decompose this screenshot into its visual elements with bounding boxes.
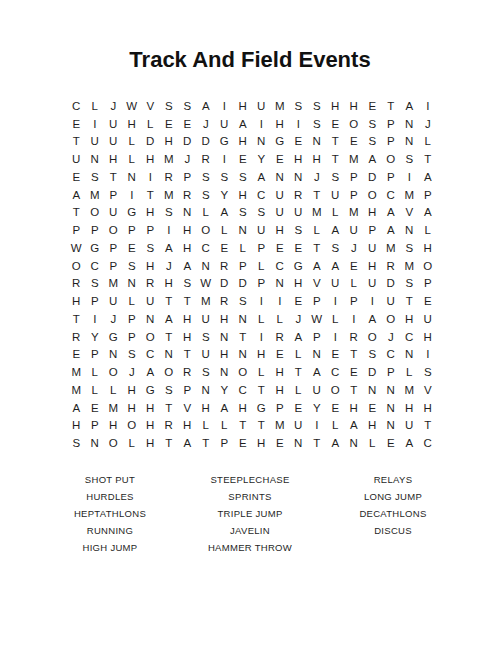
- grid-cell[interactable]: U: [289, 417, 308, 435]
- grid-cell[interactable]: O: [382, 150, 401, 168]
- grid-cell[interactable]: J: [308, 168, 327, 186]
- grid-cell[interactable]: T: [308, 434, 327, 452]
- grid-cell[interactable]: H: [289, 275, 308, 293]
- grid-cell[interactable]: E: [419, 292, 438, 310]
- grid-cell[interactable]: H: [160, 275, 179, 293]
- grid-cell[interactable]: E: [234, 150, 253, 168]
- grid-cell[interactable]: T: [104, 168, 123, 186]
- grid-cell[interactable]: R: [141, 275, 160, 293]
- grid-cell[interactable]: P: [215, 434, 234, 452]
- grid-cell[interactable]: N: [234, 346, 253, 364]
- grid-cell[interactable]: R: [178, 186, 197, 204]
- grid-cell[interactable]: I: [86, 115, 105, 133]
- grid-cell[interactable]: J: [104, 310, 123, 328]
- grid-cell[interactable]: H: [234, 399, 253, 417]
- grid-cell[interactable]: I: [400, 168, 419, 186]
- grid-cell[interactable]: H: [363, 257, 382, 275]
- grid-cell[interactable]: S: [67, 434, 86, 452]
- grid-cell[interactable]: D: [141, 133, 160, 151]
- grid-cell[interactable]: E: [345, 257, 364, 275]
- grid-cell[interactable]: U: [326, 186, 345, 204]
- grid-cell[interactable]: H: [289, 150, 308, 168]
- grid-cell[interactable]: E: [160, 115, 179, 133]
- grid-cell[interactable]: J: [160, 257, 179, 275]
- grid-cell[interactable]: S: [363, 115, 382, 133]
- grid-cell[interactable]: L: [345, 275, 364, 293]
- grid-cell[interactable]: G: [271, 133, 290, 151]
- grid-cell[interactable]: E: [345, 363, 364, 381]
- grid-cell[interactable]: S: [308, 115, 327, 133]
- grid-cell[interactable]: P: [86, 221, 105, 239]
- grid-cell[interactable]: I: [326, 328, 345, 346]
- grid-cell[interactable]: P: [308, 328, 327, 346]
- grid-cell[interactable]: H: [67, 417, 86, 435]
- grid-cell[interactable]: S: [308, 97, 327, 115]
- grid-cell[interactable]: H: [178, 417, 197, 435]
- grid-cell[interactable]: L: [86, 363, 105, 381]
- grid-cell[interactable]: L: [252, 363, 271, 381]
- grid-cell[interactable]: M: [160, 150, 179, 168]
- grid-cell[interactable]: U: [382, 292, 401, 310]
- grid-cell[interactable]: T: [419, 417, 438, 435]
- grid-cell[interactable]: R: [289, 186, 308, 204]
- grid-cell[interactable]: U: [104, 133, 123, 151]
- grid-cell[interactable]: P: [86, 292, 105, 310]
- grid-cell[interactable]: R: [160, 168, 179, 186]
- grid-cell[interactable]: S: [234, 292, 253, 310]
- grid-cell[interactable]: S: [326, 168, 345, 186]
- grid-cell[interactable]: S: [123, 257, 142, 275]
- grid-cell[interactable]: O: [382, 310, 401, 328]
- grid-cell[interactable]: H: [141, 257, 160, 275]
- grid-cell[interactable]: U: [419, 310, 438, 328]
- grid-cell[interactable]: S: [400, 275, 419, 293]
- grid-cell[interactable]: N: [308, 346, 327, 364]
- grid-cell[interactable]: I: [123, 186, 142, 204]
- grid-cell[interactable]: L: [252, 310, 271, 328]
- grid-cell[interactable]: U: [197, 346, 216, 364]
- grid-cell[interactable]: J: [382, 328, 401, 346]
- grid-cell[interactable]: P: [104, 239, 123, 257]
- grid-cell[interactable]: M: [382, 239, 401, 257]
- grid-cell[interactable]: O: [197, 221, 216, 239]
- grid-cell[interactable]: A: [67, 186, 86, 204]
- grid-cell[interactable]: A: [197, 97, 216, 115]
- grid-cell[interactable]: U: [67, 150, 86, 168]
- grid-cell[interactable]: I: [419, 346, 438, 364]
- grid-cell[interactable]: N: [400, 133, 419, 151]
- grid-cell[interactable]: N: [86, 150, 105, 168]
- grid-cell[interactable]: R: [67, 328, 86, 346]
- grid-cell[interactable]: E: [178, 115, 197, 133]
- grid-cell[interactable]: Y: [215, 381, 234, 399]
- grid-cell[interactable]: T: [345, 346, 364, 364]
- grid-cell[interactable]: N: [252, 133, 271, 151]
- grid-cell[interactable]: L: [104, 381, 123, 399]
- grid-cell[interactable]: R: [178, 363, 197, 381]
- grid-cell[interactable]: E: [289, 399, 308, 417]
- grid-cell[interactable]: A: [289, 328, 308, 346]
- grid-cell[interactable]: U: [104, 115, 123, 133]
- grid-cell[interactable]: N: [289, 168, 308, 186]
- grid-cell[interactable]: G: [104, 328, 123, 346]
- grid-cell[interactable]: T: [67, 204, 86, 222]
- grid-cell[interactable]: U: [308, 381, 327, 399]
- grid-cell[interactable]: G: [289, 257, 308, 275]
- grid-cell[interactable]: S: [178, 275, 197, 293]
- grid-cell[interactable]: M: [160, 186, 179, 204]
- grid-cell[interactable]: D: [234, 275, 253, 293]
- grid-cell[interactable]: E: [326, 399, 345, 417]
- grid-cell[interactable]: P: [363, 221, 382, 239]
- grid-cell[interactable]: N: [271, 275, 290, 293]
- grid-cell[interactable]: M: [67, 381, 86, 399]
- grid-cell[interactable]: T: [141, 186, 160, 204]
- grid-cell[interactable]: H: [160, 133, 179, 151]
- grid-cell[interactable]: N: [86, 434, 105, 452]
- grid-cell[interactable]: V: [178, 399, 197, 417]
- grid-cell[interactable]: T: [400, 292, 419, 310]
- grid-cell[interactable]: L: [289, 381, 308, 399]
- grid-cell[interactable]: D: [197, 133, 216, 151]
- grid-cell[interactable]: P: [419, 275, 438, 293]
- grid-cell[interactable]: I: [326, 292, 345, 310]
- grid-cell[interactable]: E: [289, 239, 308, 257]
- grid-cell[interactable]: N: [363, 381, 382, 399]
- grid-cell[interactable]: U: [400, 417, 419, 435]
- grid-cell[interactable]: N: [345, 434, 364, 452]
- grid-cell[interactable]: J: [345, 239, 364, 257]
- grid-cell[interactable]: L: [308, 221, 327, 239]
- grid-cell[interactable]: A: [215, 399, 234, 417]
- grid-cell[interactable]: I: [345, 310, 364, 328]
- grid-cell[interactable]: U: [363, 239, 382, 257]
- grid-cell[interactable]: H: [400, 399, 419, 417]
- grid-cell[interactable]: C: [419, 434, 438, 452]
- grid-cell[interactable]: N: [234, 310, 253, 328]
- grid-cell[interactable]: O: [419, 257, 438, 275]
- grid-cell[interactable]: J: [419, 115, 438, 133]
- grid-cell[interactable]: S: [197, 168, 216, 186]
- grid-cell[interactable]: A: [345, 417, 364, 435]
- grid-cell[interactable]: Y: [86, 328, 105, 346]
- grid-cell[interactable]: S: [363, 346, 382, 364]
- grid-cell[interactable]: L: [197, 417, 216, 435]
- grid-cell[interactable]: M: [271, 417, 290, 435]
- grid-cell[interactable]: T: [308, 186, 327, 204]
- grid-cell[interactable]: O: [234, 363, 253, 381]
- grid-cell[interactable]: T: [160, 328, 179, 346]
- grid-cell[interactable]: P: [123, 328, 142, 346]
- grid-cell[interactable]: S: [419, 363, 438, 381]
- grid-cell[interactable]: A: [160, 310, 179, 328]
- grid-cell[interactable]: J: [289, 310, 308, 328]
- grid-cell[interactable]: N: [160, 346, 179, 364]
- grid-cell[interactable]: M: [308, 204, 327, 222]
- grid-cell[interactable]: E: [123, 239, 142, 257]
- grid-cell[interactable]: H: [234, 186, 253, 204]
- grid-cell[interactable]: U: [289, 204, 308, 222]
- grid-cell[interactable]: H: [345, 399, 364, 417]
- grid-cell[interactable]: M: [400, 186, 419, 204]
- grid-cell[interactable]: H: [345, 97, 364, 115]
- grid-cell[interactable]: W: [308, 310, 327, 328]
- grid-cell[interactable]: A: [382, 221, 401, 239]
- grid-cell[interactable]: P: [104, 257, 123, 275]
- grid-cell[interactable]: N: [308, 133, 327, 151]
- grid-cell[interactable]: E: [345, 133, 364, 151]
- grid-cell[interactable]: N: [289, 434, 308, 452]
- grid-cell[interactable]: T: [160, 292, 179, 310]
- grid-cell[interactable]: A: [326, 257, 345, 275]
- grid-cell[interactable]: H: [234, 133, 253, 151]
- grid-cell[interactable]: S: [234, 204, 253, 222]
- grid-cell[interactable]: C: [252, 186, 271, 204]
- grid-cell[interactable]: A: [363, 310, 382, 328]
- grid-cell[interactable]: N: [197, 381, 216, 399]
- grid-cell[interactable]: C: [400, 328, 419, 346]
- grid-cell[interactable]: P: [382, 115, 401, 133]
- grid-cell[interactable]: M: [400, 257, 419, 275]
- grid-cell[interactable]: H: [141, 434, 160, 452]
- grid-cell[interactable]: H: [178, 310, 197, 328]
- grid-cell[interactable]: H: [326, 97, 345, 115]
- grid-cell[interactable]: U: [252, 221, 271, 239]
- grid-cell[interactable]: L: [86, 97, 105, 115]
- grid-cell[interactable]: N: [123, 168, 142, 186]
- grid-cell[interactable]: I: [86, 310, 105, 328]
- grid-cell[interactable]: I: [419, 97, 438, 115]
- grid-cell[interactable]: L: [123, 133, 142, 151]
- grid-cell[interactable]: R: [215, 292, 234, 310]
- grid-cell[interactable]: L: [234, 239, 253, 257]
- grid-cell[interactable]: H: [141, 150, 160, 168]
- grid-cell[interactable]: H: [123, 381, 142, 399]
- grid-cell[interactable]: H: [271, 381, 290, 399]
- grid-cell[interactable]: C: [271, 257, 290, 275]
- grid-cell[interactable]: P: [86, 417, 105, 435]
- grid-cell[interactable]: P: [67, 221, 86, 239]
- grid-cell[interactable]: C: [86, 257, 105, 275]
- grid-cell[interactable]: L: [123, 434, 142, 452]
- grid-cell[interactable]: H: [271, 115, 290, 133]
- grid-cell[interactable]: J: [123, 363, 142, 381]
- grid-cell[interactable]: O: [160, 363, 179, 381]
- grid-cell[interactable]: M: [271, 97, 290, 115]
- grid-cell[interactable]: C: [197, 239, 216, 257]
- grid-cell[interactable]: I: [308, 417, 327, 435]
- grid-cell[interactable]: H: [197, 399, 216, 417]
- grid-cell[interactable]: T: [252, 417, 271, 435]
- grid-cell[interactable]: T: [160, 399, 179, 417]
- grid-cell[interactable]: S: [234, 168, 253, 186]
- grid-cell[interactable]: S: [160, 381, 179, 399]
- grid-cell[interactable]: C: [67, 97, 86, 115]
- grid-cell[interactable]: N: [400, 115, 419, 133]
- grid-cell[interactable]: O: [123, 417, 142, 435]
- grid-cell[interactable]: I: [271, 292, 290, 310]
- grid-cell[interactable]: H: [178, 328, 197, 346]
- grid-cell[interactable]: A: [252, 168, 271, 186]
- grid-cell[interactable]: D: [363, 363, 382, 381]
- grid-cell[interactable]: E: [271, 150, 290, 168]
- grid-cell[interactable]: P: [252, 239, 271, 257]
- grid-cell[interactable]: N: [271, 168, 290, 186]
- grid-cell[interactable]: H: [141, 204, 160, 222]
- grid-cell[interactable]: U: [252, 97, 271, 115]
- grid-cell[interactable]: E: [289, 292, 308, 310]
- grid-cell[interactable]: P: [419, 186, 438, 204]
- grid-cell[interactable]: U: [141, 292, 160, 310]
- grid-cell[interactable]: H: [178, 221, 197, 239]
- grid-cell[interactable]: T: [160, 434, 179, 452]
- grid-cell[interactable]: L: [419, 133, 438, 151]
- grid-cell[interactable]: C: [141, 346, 160, 364]
- grid-cell[interactable]: A: [160, 239, 179, 257]
- grid-cell[interactable]: W: [67, 239, 86, 257]
- grid-cell[interactable]: P: [86, 346, 105, 364]
- grid-cell[interactable]: H: [104, 417, 123, 435]
- grid-cell[interactable]: P: [178, 381, 197, 399]
- grid-cell[interactable]: H: [67, 292, 86, 310]
- grid-cell[interactable]: N: [215, 363, 234, 381]
- grid-cell[interactable]: M: [345, 150, 364, 168]
- grid-cell[interactable]: L: [123, 292, 142, 310]
- grid-cell[interactable]: U: [104, 292, 123, 310]
- grid-cell[interactable]: E: [234, 434, 253, 452]
- grid-cell[interactable]: L: [197, 204, 216, 222]
- grid-cell[interactable]: N: [141, 310, 160, 328]
- grid-cell[interactable]: G: [215, 133, 234, 151]
- grid-cell[interactable]: H: [419, 328, 438, 346]
- grid-cell[interactable]: T: [178, 346, 197, 364]
- grid-cell[interactable]: H: [271, 363, 290, 381]
- grid-cell[interactable]: O: [326, 381, 345, 399]
- grid-cell[interactable]: N: [382, 417, 401, 435]
- grid-cell[interactable]: A: [178, 257, 197, 275]
- grid-cell[interactable]: T: [67, 133, 86, 151]
- grid-cell[interactable]: R: [67, 275, 86, 293]
- grid-cell[interactable]: E: [271, 239, 290, 257]
- grid-cell[interactable]: S: [160, 204, 179, 222]
- grid-cell[interactable]: U: [86, 133, 105, 151]
- grid-cell[interactable]: T: [326, 133, 345, 151]
- grid-cell[interactable]: A: [419, 204, 438, 222]
- grid-cell[interactable]: A: [326, 434, 345, 452]
- grid-cell[interactable]: T: [234, 328, 253, 346]
- grid-cell[interactable]: H: [234, 97, 253, 115]
- grid-cell[interactable]: O: [67, 257, 86, 275]
- grid-cell[interactable]: L: [141, 115, 160, 133]
- grid-cell[interactable]: M: [67, 363, 86, 381]
- grid-cell[interactable]: D: [215, 275, 234, 293]
- grid-cell[interactable]: A: [67, 399, 86, 417]
- grid-cell[interactable]: P: [252, 275, 271, 293]
- grid-cell[interactable]: U: [271, 186, 290, 204]
- grid-cell[interactable]: P: [308, 292, 327, 310]
- grid-cell[interactable]: V: [141, 97, 160, 115]
- grid-cell[interactable]: L: [123, 150, 142, 168]
- grid-cell[interactable]: S: [252, 204, 271, 222]
- grid-cell[interactable]: E: [326, 115, 345, 133]
- grid-cell[interactable]: S: [197, 363, 216, 381]
- grid-cell[interactable]: L: [289, 346, 308, 364]
- grid-cell[interactable]: H: [141, 399, 160, 417]
- grid-cell[interactable]: C: [234, 381, 253, 399]
- grid-cell[interactable]: O: [104, 363, 123, 381]
- grid-cell[interactable]: T: [252, 381, 271, 399]
- grid-cell[interactable]: S: [160, 97, 179, 115]
- grid-cell[interactable]: W: [197, 275, 216, 293]
- grid-cell[interactable]: H: [363, 417, 382, 435]
- grid-cell[interactable]: N: [123, 275, 142, 293]
- grid-cell[interactable]: N: [400, 221, 419, 239]
- grid-cell[interactable]: E: [86, 399, 105, 417]
- grid-cell[interactable]: L: [215, 417, 234, 435]
- grid-cell[interactable]: C: [382, 346, 401, 364]
- grid-cell[interactable]: A: [363, 150, 382, 168]
- grid-cell[interactable]: L: [215, 221, 234, 239]
- grid-cell[interactable]: J: [197, 115, 216, 133]
- grid-cell[interactable]: C: [382, 186, 401, 204]
- grid-cell[interactable]: T: [234, 417, 253, 435]
- grid-cell[interactable]: D: [178, 133, 197, 151]
- grid-cell[interactable]: U: [197, 310, 216, 328]
- grid-cell[interactable]: Y: [215, 186, 234, 204]
- grid-cell[interactable]: H: [252, 346, 271, 364]
- grid-cell[interactable]: E: [363, 97, 382, 115]
- grid-cell[interactable]: P: [382, 168, 401, 186]
- grid-cell[interactable]: N: [400, 346, 419, 364]
- grid-cell[interactable]: S: [215, 168, 234, 186]
- grid-cell[interactable]: A: [419, 168, 438, 186]
- grid-cell[interactable]: A: [400, 97, 419, 115]
- grid-cell[interactable]: R: [382, 257, 401, 275]
- grid-cell[interactable]: N: [234, 221, 253, 239]
- grid-cell[interactable]: R: [160, 417, 179, 435]
- grid-cell[interactable]: Y: [252, 150, 271, 168]
- grid-cell[interactable]: P: [178, 168, 197, 186]
- grid-cell[interactable]: T: [289, 363, 308, 381]
- grid-cell[interactable]: U: [345, 221, 364, 239]
- grid-cell[interactable]: A: [326, 221, 345, 239]
- grid-cell[interactable]: E: [67, 115, 86, 133]
- grid-cell[interactable]: O: [363, 328, 382, 346]
- grid-cell[interactable]: V: [308, 275, 327, 293]
- grid-cell[interactable]: U: [363, 275, 382, 293]
- grid-cell[interactable]: E: [363, 399, 382, 417]
- grid-cell[interactable]: Y: [308, 399, 327, 417]
- grid-cell[interactable]: C: [326, 363, 345, 381]
- grid-cell[interactable]: T: [345, 381, 364, 399]
- grid-cell[interactable]: L: [252, 257, 271, 275]
- grid-cell[interactable]: T: [308, 239, 327, 257]
- grid-cell[interactable]: E: [215, 239, 234, 257]
- grid-cell[interactable]: W: [123, 97, 142, 115]
- grid-cell[interactable]: E: [382, 434, 401, 452]
- grid-cell[interactable]: S: [197, 328, 216, 346]
- grid-cell[interactable]: O: [104, 434, 123, 452]
- grid-cell[interactable]: N: [197, 257, 216, 275]
- grid-cell[interactable]: S: [400, 239, 419, 257]
- grid-cell[interactable]: H: [252, 434, 271, 452]
- grid-cell[interactable]: P: [123, 310, 142, 328]
- grid-cell[interactable]: A: [308, 257, 327, 275]
- grid-cell[interactable]: R: [197, 150, 216, 168]
- grid-cell[interactable]: M: [197, 292, 216, 310]
- grid-cell[interactable]: E: [271, 346, 290, 364]
- grid-cell[interactable]: L: [363, 434, 382, 452]
